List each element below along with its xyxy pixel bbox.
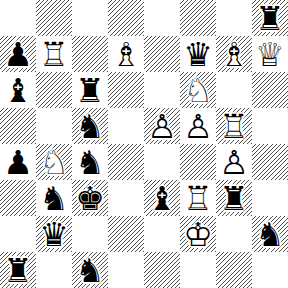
square-c3[interactable]: ♚ bbox=[72, 180, 108, 216]
square-c2[interactable] bbox=[72, 216, 108, 252]
white-bishop-piece: ♝ bbox=[216, 36, 252, 72]
black-knight-piece: ♞ bbox=[72, 252, 108, 288]
white-pawn-piece: ♟ bbox=[180, 108, 216, 144]
white-rook-piece-outline: ♖ bbox=[36, 36, 72, 72]
square-f6[interactable]: ♞♘ bbox=[180, 72, 216, 108]
black-bishop-piece: ♝ bbox=[144, 180, 180, 216]
square-f7[interactable]: ♛ bbox=[180, 36, 216, 72]
square-a4[interactable]: ♟ bbox=[0, 144, 36, 180]
square-d2[interactable] bbox=[108, 216, 144, 252]
square-a6[interactable]: ♝ bbox=[0, 72, 36, 108]
black-rook-piece: ♜ bbox=[72, 72, 108, 108]
square-h7[interactable]: ♛♕ bbox=[252, 36, 288, 72]
square-g2[interactable] bbox=[216, 216, 252, 252]
black-rook-piece: ♜ bbox=[252, 0, 288, 36]
white-rook-piece-outline: ♖ bbox=[216, 108, 252, 144]
square-c5[interactable]: ♞ bbox=[72, 108, 108, 144]
black-queen-piece: ♛ bbox=[36, 216, 72, 252]
black-knight-piece: ♞ bbox=[36, 180, 72, 216]
square-e3[interactable]: ♝ bbox=[144, 180, 180, 216]
square-g3[interactable]: ♜ bbox=[216, 180, 252, 216]
square-h5[interactable] bbox=[252, 108, 288, 144]
square-b2[interactable]: ♛ bbox=[36, 216, 72, 252]
black-knight-piece: ♞ bbox=[72, 144, 108, 180]
white-bishop-piece: ♝ bbox=[108, 36, 144, 72]
square-h1[interactable] bbox=[252, 252, 288, 288]
white-rook-piece-outline: ♖ bbox=[180, 180, 216, 216]
square-d5[interactable] bbox=[108, 108, 144, 144]
square-a1[interactable]: ♜ bbox=[0, 252, 36, 288]
square-d7[interactable]: ♝♗ bbox=[108, 36, 144, 72]
square-c7[interactable] bbox=[72, 36, 108, 72]
white-queen-piece-outline: ♕ bbox=[252, 36, 288, 72]
white-rook-piece: ♜ bbox=[180, 180, 216, 216]
white-bishop-piece-outline: ♗ bbox=[216, 36, 252, 72]
square-b1[interactable] bbox=[36, 252, 72, 288]
square-g5[interactable]: ♜♖ bbox=[216, 108, 252, 144]
white-king-piece-outline: ♔ bbox=[180, 216, 216, 252]
square-h6[interactable] bbox=[252, 72, 288, 108]
white-pawn-piece: ♟ bbox=[216, 144, 252, 180]
square-h4[interactable] bbox=[252, 144, 288, 180]
square-b4[interactable]: ♞♘ bbox=[36, 144, 72, 180]
square-e2[interactable] bbox=[144, 216, 180, 252]
square-c8[interactable] bbox=[72, 0, 108, 36]
black-bishop-piece: ♝ bbox=[0, 72, 36, 108]
square-e6[interactable] bbox=[144, 72, 180, 108]
square-b5[interactable] bbox=[36, 108, 72, 144]
white-rook-piece: ♜ bbox=[36, 36, 72, 72]
square-a2[interactable] bbox=[0, 216, 36, 252]
black-rook-piece: ♜ bbox=[0, 252, 36, 288]
square-f3[interactable]: ♜♖ bbox=[180, 180, 216, 216]
square-h3[interactable] bbox=[252, 180, 288, 216]
square-d8[interactable] bbox=[108, 0, 144, 36]
square-c6[interactable]: ♜ bbox=[72, 72, 108, 108]
square-h2[interactable]: ♞ bbox=[252, 216, 288, 252]
square-g6[interactable] bbox=[216, 72, 252, 108]
white-queen-piece: ♛ bbox=[252, 36, 288, 72]
square-d1[interactable] bbox=[108, 252, 144, 288]
square-b7[interactable]: ♜♖ bbox=[36, 36, 72, 72]
black-queen-piece: ♛ bbox=[180, 36, 216, 72]
square-b3[interactable]: ♞ bbox=[36, 180, 72, 216]
square-c4[interactable]: ♞ bbox=[72, 144, 108, 180]
white-knight-piece: ♞ bbox=[180, 72, 216, 108]
black-king-piece: ♚ bbox=[72, 180, 108, 216]
square-f4[interactable] bbox=[180, 144, 216, 180]
square-b8[interactable] bbox=[36, 0, 72, 36]
white-pawn-piece: ♟ bbox=[144, 108, 180, 144]
square-c1[interactable]: ♞ bbox=[72, 252, 108, 288]
square-a8[interactable] bbox=[0, 0, 36, 36]
white-knight-piece: ♞ bbox=[36, 144, 72, 180]
square-e4[interactable] bbox=[144, 144, 180, 180]
square-d6[interactable] bbox=[108, 72, 144, 108]
white-rook-piece: ♜ bbox=[216, 108, 252, 144]
white-pawn-piece-outline: ♙ bbox=[216, 144, 252, 180]
square-d4[interactable] bbox=[108, 144, 144, 180]
black-pawn-piece: ♟ bbox=[0, 36, 36, 72]
square-h8[interactable]: ♜ bbox=[252, 0, 288, 36]
square-d3[interactable] bbox=[108, 180, 144, 216]
square-g7[interactable]: ♝♗ bbox=[216, 36, 252, 72]
white-knight-piece-outline: ♘ bbox=[36, 144, 72, 180]
square-e5[interactable]: ♟♙ bbox=[144, 108, 180, 144]
white-king-piece: ♚ bbox=[180, 216, 216, 252]
square-g4[interactable]: ♟♙ bbox=[216, 144, 252, 180]
black-knight-piece: ♞ bbox=[72, 108, 108, 144]
square-f2[interactable]: ♚♔ bbox=[180, 216, 216, 252]
black-pawn-piece: ♟ bbox=[0, 144, 36, 180]
square-g8[interactable] bbox=[216, 0, 252, 36]
square-f8[interactable] bbox=[180, 0, 216, 36]
white-pawn-piece-outline: ♙ bbox=[180, 108, 216, 144]
white-bishop-piece-outline: ♗ bbox=[108, 36, 144, 72]
square-b6[interactable] bbox=[36, 72, 72, 108]
square-a7[interactable]: ♟ bbox=[0, 36, 36, 72]
square-g1[interactable] bbox=[216, 252, 252, 288]
chess-board: ♜♟♜♖♝♗♛♝♗♛♕♝♜♞♘♞♟♙♟♙♜♖♟♞♘♞♟♙♞♚♝♜♖♜♛♚♔♞♜♞ bbox=[0, 0, 288, 288]
white-pawn-piece-outline: ♙ bbox=[144, 108, 180, 144]
square-e1[interactable] bbox=[144, 252, 180, 288]
square-a5[interactable] bbox=[0, 108, 36, 144]
white-knight-piece-outline: ♘ bbox=[180, 72, 216, 108]
square-e8[interactable] bbox=[144, 0, 180, 36]
square-f1[interactable] bbox=[180, 252, 216, 288]
square-e7[interactable] bbox=[144, 36, 180, 72]
square-f5[interactable]: ♟♙ bbox=[180, 108, 216, 144]
black-knight-piece: ♞ bbox=[252, 216, 288, 252]
square-a3[interactable] bbox=[0, 180, 36, 216]
black-rook-piece: ♜ bbox=[216, 180, 252, 216]
